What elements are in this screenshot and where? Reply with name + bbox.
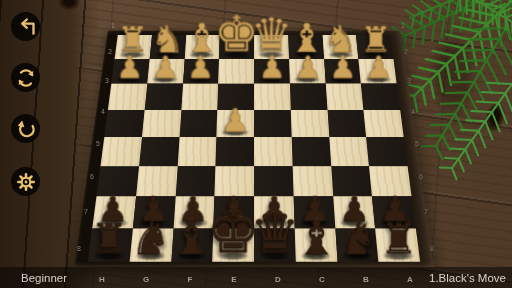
rank-label-left-5: 5 <box>96 140 100 147</box>
rank-label-left-8: 8 <box>77 245 81 252</box>
wood-blur-patch <box>430 30 476 120</box>
chess-board: ♜♞♝♚♛♝♞♜♟♟♟♟♟♟♟♟♟♟♟♟♟♟♟♟♜♞♝♚♛♝♞♜ <box>74 31 434 268</box>
square-a4[interactable] <box>364 110 404 137</box>
rank-label-left-1: 1 <box>111 22 115 29</box>
square-b4[interactable] <box>327 110 366 137</box>
square-b2[interactable]: ♟ <box>324 59 361 84</box>
square-f3[interactable] <box>181 84 218 110</box>
square-g2[interactable]: ♟ <box>147 59 184 84</box>
file-label-f: F <box>168 275 212 284</box>
white-pawn[interactable]: ♟ <box>221 105 250 135</box>
square-g4[interactable] <box>142 110 181 137</box>
square-h3[interactable] <box>108 84 147 110</box>
square-b8[interactable]: ♞ <box>335 228 379 262</box>
move-status-label: 1.Black's Move <box>429 272 506 284</box>
square-d4[interactable] <box>254 110 291 137</box>
rank-label-left-6: 6 <box>90 173 94 180</box>
square-d8[interactable]: ♛ <box>254 228 296 262</box>
square-h4[interactable] <box>104 110 144 137</box>
square-d5[interactable] <box>254 137 292 166</box>
white-pawn[interactable]: ♟ <box>329 53 357 81</box>
rank-label-right-2: 2 <box>404 48 408 55</box>
back-arrow-icon <box>16 17 36 37</box>
difficulty-label: Beginner <box>21 272 67 284</box>
square-h2[interactable]: ♟ <box>111 59 149 84</box>
square-g5[interactable] <box>139 137 179 166</box>
board-squares: ♜♞♝♚♛♝♞♜♟♟♟♟♟♟♟♟♟♟♟♟♟♟♟♟♜♞♝♚♛♝♞♜ <box>88 35 420 262</box>
file-labels: HGFEDCBA <box>80 275 432 284</box>
rank-label-left-3: 3 <box>105 77 109 84</box>
square-h5[interactable] <box>100 137 141 166</box>
rank-label-left-7: 7 <box>84 208 88 215</box>
square-g8[interactable]: ♞ <box>129 228 173 262</box>
square-a8[interactable]: ♜ <box>375 228 420 262</box>
square-e5[interactable] <box>216 137 254 166</box>
rotate-board-button[interactable] <box>11 63 40 92</box>
square-e8[interactable]: ♚ <box>212 228 254 262</box>
white-pawn[interactable]: ♟ <box>294 53 322 81</box>
white-pawn[interactable]: ♟ <box>365 53 393 81</box>
file-label-g: G <box>124 275 168 284</box>
black-bishop[interactable]: ♝ <box>295 215 338 259</box>
settings-gear-icon <box>16 172 36 192</box>
rotate-board-icon <box>16 68 36 88</box>
rank-label-left-2: 2 <box>108 48 112 55</box>
black-king[interactable]: ♚ <box>207 204 260 259</box>
square-d3[interactable] <box>254 84 291 110</box>
white-pawn[interactable]: ♟ <box>187 53 215 81</box>
rank-label-right-1: 1 <box>401 22 405 29</box>
square-c8[interactable]: ♝ <box>294 228 337 262</box>
rank-label-right-3: 3 <box>407 77 411 84</box>
square-e4[interactable]: ♟ <box>217 110 254 137</box>
black-rook[interactable]: ♜ <box>380 221 417 259</box>
white-pawn[interactable]: ♟ <box>116 53 144 81</box>
square-c3[interactable] <box>290 84 327 110</box>
chess-app-screen: ♜♞♝♚♛♝♞♜♟♟♟♟♟♟♟♟♟♟♟♟♟♟♟♟♜♞♝♚♛♝♞♜ 1122334… <box>0 0 512 288</box>
white-pawn[interactable]: ♟ <box>258 53 286 81</box>
square-a2[interactable]: ♟ <box>359 59 397 84</box>
back-button[interactable] <box>11 12 40 41</box>
rank-label-right-8: 8 <box>430 245 434 252</box>
black-knight[interactable]: ♞ <box>130 218 170 259</box>
file-label-b: B <box>344 275 388 284</box>
square-h8[interactable]: ♜ <box>88 228 133 262</box>
square-f5[interactable] <box>177 137 216 166</box>
rank-label-right-4: 4 <box>411 108 415 115</box>
file-label-a: A <box>388 275 432 284</box>
square-d2[interactable]: ♟ <box>254 59 290 84</box>
square-e1[interactable]: ♚ <box>219 35 254 59</box>
white-pawn[interactable]: ♟ <box>151 53 179 81</box>
settings-button[interactable] <box>11 167 40 196</box>
rank-label-right-6: 6 <box>419 173 423 180</box>
undo-move-icon <box>16 119 36 139</box>
rank-label-left-4: 4 <box>101 108 105 115</box>
square-b3[interactable] <box>325 84 363 110</box>
file-label-h: H <box>80 275 124 284</box>
black-rook[interactable]: ♜ <box>90 221 127 259</box>
square-g3[interactable] <box>144 84 182 110</box>
file-label-c: C <box>300 275 344 284</box>
square-a3[interactable] <box>361 84 400 110</box>
rank-label-right-5: 5 <box>415 140 419 147</box>
square-c5[interactable] <box>291 137 330 166</box>
file-label-d: D <box>256 275 300 284</box>
black-knight[interactable]: ♞ <box>338 218 378 259</box>
square-c4[interactable] <box>291 110 329 137</box>
rank-label-right-7: 7 <box>424 208 428 215</box>
square-c2[interactable]: ♟ <box>289 59 325 84</box>
board-scene: ♜♞♝♚♛♝♞♜♟♟♟♟♟♟♟♟♟♟♟♟♟♟♟♟♜♞♝♚♛♝♞♜ <box>74 14 434 270</box>
square-f2[interactable]: ♟ <box>183 59 219 84</box>
square-f4[interactable] <box>179 110 217 137</box>
square-a5[interactable] <box>366 137 407 166</box>
square-e2[interactable] <box>218 59 254 84</box>
square-b5[interactable] <box>329 137 369 166</box>
undo-move-button[interactable] <box>11 114 40 143</box>
file-label-e: E <box>212 275 256 284</box>
